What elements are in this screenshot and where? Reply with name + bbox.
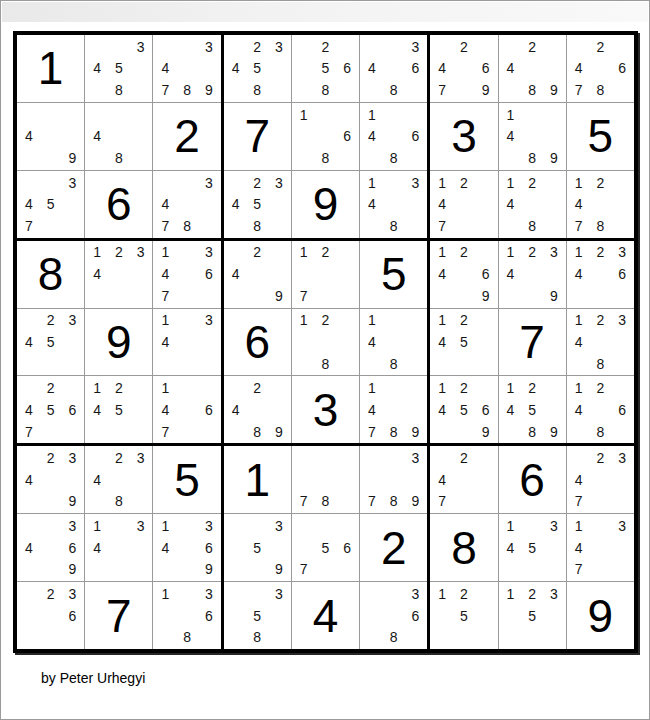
- candidate-4: 4: [18, 399, 40, 421]
- cell-r2c9[interactable]: 5: [567, 103, 634, 170]
- cell-value: 2: [174, 113, 200, 159]
- candidate-empty: [336, 263, 358, 285]
- candidate-4: 4: [86, 126, 108, 148]
- candidate-4: 4: [361, 193, 383, 215]
- candidate-grid: 124589: [500, 377, 565, 442]
- cell-r2c2[interactable]: 48: [85, 103, 152, 170]
- cell-r8c6[interactable]: 2: [360, 514, 427, 581]
- cell-r7c5[interactable]: 78: [292, 446, 359, 513]
- cell-r2c4[interactable]: 7: [224, 103, 291, 170]
- candidate-grid: 1245: [431, 310, 496, 375]
- candidate-empty: [154, 626, 176, 648]
- candidate-grid: 124569: [431, 377, 496, 442]
- candidate-empty: [500, 79, 522, 101]
- cell-r1c7[interactable]: 24679: [430, 35, 497, 102]
- cell-value: 6: [519, 457, 545, 503]
- candidate-2: 2: [108, 242, 130, 264]
- cell-r5c2[interactable]: 9: [85, 309, 152, 376]
- box-7: 23492348534691341346923671368: [17, 446, 221, 649]
- cell-r3c6[interactable]: 1348: [360, 171, 427, 238]
- candidate-grid: 12468: [568, 377, 633, 442]
- cell-r4c7[interactable]: 12469: [430, 241, 497, 308]
- candidate-6: 6: [405, 605, 427, 627]
- cell-r5c7[interactable]: 1245: [430, 309, 497, 376]
- candidate-empty: [154, 36, 176, 58]
- cell-r7c9[interactable]: 2347: [567, 446, 634, 513]
- cell-r6c9[interactable]: 12468: [567, 376, 634, 443]
- candidate-6: 6: [336, 537, 358, 559]
- cell-r9c7[interactable]: 125: [430, 582, 497, 649]
- candidate-empty: [154, 353, 176, 375]
- candidate-8: 8: [315, 353, 337, 375]
- candidate-empty: [246, 583, 268, 605]
- candidate-empty: [361, 147, 383, 169]
- cell-r8c5[interactable]: 567: [292, 514, 359, 581]
- cell-r3c7[interactable]: 1247: [430, 171, 497, 238]
- cell-r8c4[interactable]: 359: [224, 514, 291, 581]
- candidate-8: 8: [246, 626, 268, 648]
- candidate-empty: [268, 605, 290, 627]
- candidate-empty: [198, 377, 220, 399]
- candidate-empty: [543, 605, 565, 627]
- candidate-empty: [86, 36, 108, 58]
- cell-r9c8[interactable]: 1235: [499, 582, 566, 649]
- candidate-1: 1: [361, 104, 383, 126]
- candidate-empty: [590, 469, 612, 491]
- candidate-4: 4: [431, 263, 453, 285]
- candidate-empty: [225, 377, 247, 399]
- candidate-empty: [130, 263, 152, 285]
- candidate-3: 3: [543, 583, 565, 605]
- candidate-grid: 12469: [431, 242, 496, 307]
- candidate-2: 2: [590, 447, 612, 469]
- cell-r2c6[interactable]: 1468: [360, 103, 427, 170]
- cell-r4c3[interactable]: 13467: [153, 241, 220, 308]
- candidate-empty: [383, 126, 405, 148]
- box-9: 2476234781345134712512359: [430, 446, 634, 649]
- candidate-empty: [86, 447, 108, 469]
- candidate-2: 2: [590, 377, 612, 399]
- candidate-7: 7: [154, 421, 176, 443]
- candidate-2: 2: [108, 447, 130, 469]
- cell-r9c5[interactable]: 4: [292, 582, 359, 649]
- candidate-empty: [40, 558, 62, 580]
- candidate-9: 9: [198, 79, 220, 101]
- candidate-1: 1: [293, 310, 315, 332]
- candidate-4: 4: [361, 126, 383, 148]
- candidate-empty: [246, 263, 268, 285]
- candidate-9: 9: [268, 558, 290, 580]
- cell-r1c3[interactable]: 34789: [153, 35, 220, 102]
- candidate-empty: [336, 491, 358, 513]
- cell-r1c6[interactable]: 3468: [360, 35, 427, 102]
- candidate-empty: [176, 36, 198, 58]
- candidate-8: 8: [383, 353, 405, 375]
- candidate-empty: [315, 104, 337, 126]
- cell-r6c6[interactable]: 14789: [360, 376, 427, 443]
- candidate-empty: [40, 469, 62, 491]
- cell-r8c8[interactable]: 1345: [499, 514, 566, 581]
- candidate-empty: [568, 421, 590, 443]
- candidate-2: 2: [521, 36, 543, 58]
- candidate-empty: [268, 79, 290, 101]
- cell-r7c3[interactable]: 5: [153, 446, 220, 513]
- cell-r5c6[interactable]: 148: [360, 309, 427, 376]
- candidate-empty: [225, 537, 247, 559]
- candidate-empty: [130, 79, 152, 101]
- candidate-1: 1: [431, 583, 453, 605]
- cell-r1c2[interactable]: 3458: [85, 35, 152, 102]
- candidate-4: 4: [18, 331, 40, 353]
- candidate-9: 9: [543, 285, 565, 307]
- candidate-4: 4: [361, 399, 383, 421]
- candidate-empty: [383, 193, 405, 215]
- candidate-empty: [130, 558, 152, 580]
- author-credit: by Peter Urhegyi: [41, 670, 145, 686]
- candidate-empty: [40, 126, 62, 148]
- candidate-6: 6: [611, 58, 633, 80]
- candidate-empty: [431, 605, 453, 627]
- candidate-empty: [543, 193, 565, 215]
- candidate-4: 4: [431, 399, 453, 421]
- candidate-8: 8: [383, 147, 405, 169]
- cell-r5c4[interactable]: 6: [224, 309, 291, 376]
- candidate-empty: [86, 421, 108, 443]
- candidate-empty: [475, 583, 497, 605]
- cell-r5c9[interactable]: 12348: [567, 309, 634, 376]
- candidate-3: 3: [611, 310, 633, 332]
- candidate-grid: 3469: [18, 515, 83, 580]
- candidate-empty: [500, 558, 522, 580]
- candidate-empty: [543, 104, 565, 126]
- cell-r4c6[interactable]: 5: [360, 241, 427, 308]
- cell-r4c9[interactable]: 12346: [567, 241, 634, 308]
- candidate-2: 2: [590, 310, 612, 332]
- cell-r4c8[interactable]: 12349: [499, 241, 566, 308]
- cell-r2c1[interactable]: 49: [17, 103, 84, 170]
- cell-r2c5[interactable]: 168: [292, 103, 359, 170]
- candidate-empty: [86, 558, 108, 580]
- candidate-7: 7: [568, 79, 590, 101]
- cell-r7c6[interactable]: 3789: [360, 446, 427, 513]
- candidate-empty: [361, 605, 383, 627]
- candidate-empty: [130, 469, 152, 491]
- cell-r5c3[interactable]: 134: [153, 309, 220, 376]
- candidate-empty: [611, 491, 633, 513]
- candidate-8: 8: [315, 491, 337, 513]
- candidate-empty: [521, 58, 543, 80]
- candidate-empty: [336, 353, 358, 375]
- cell-r6c8[interactable]: 124589: [499, 376, 566, 443]
- candidate-empty: [154, 172, 176, 194]
- candidate-empty: [361, 626, 383, 648]
- candidate-empty: [521, 558, 543, 580]
- candidate-4: 4: [431, 469, 453, 491]
- candidate-empty: [268, 626, 290, 648]
- candidate-empty: [590, 193, 612, 215]
- candidate-3: 3: [611, 515, 633, 537]
- cell-r6c3[interactable]: 1467: [153, 376, 220, 443]
- candidate-empty: [611, 353, 633, 375]
- candidate-empty: [383, 104, 405, 126]
- candidate-3: 3: [130, 36, 152, 58]
- candidate-empty: [361, 36, 383, 58]
- candidate-empty: [543, 58, 565, 80]
- cell-r1c5[interactable]: 2568: [292, 35, 359, 102]
- candidate-5: 5: [521, 605, 543, 627]
- candidate-empty: [315, 285, 337, 307]
- candidate-empty: [225, 583, 247, 605]
- cell-value: 9: [106, 319, 132, 365]
- candidate-3: 3: [61, 515, 83, 537]
- cell-r1c4[interactable]: 23458: [224, 35, 291, 102]
- candidate-empty: [361, 215, 383, 237]
- candidate-empty: [40, 104, 62, 126]
- candidate-4: 4: [568, 469, 590, 491]
- candidate-empty: [18, 605, 40, 627]
- candidate-6: 6: [336, 126, 358, 148]
- candidate-empty: [611, 172, 633, 194]
- candidate-empty: [405, 104, 427, 126]
- candidate-empty: [611, 193, 633, 215]
- candidate-empty: [453, 58, 475, 80]
- cell-value: 7: [244, 113, 270, 159]
- candidate-grid: 2489: [500, 36, 565, 101]
- candidate-empty: [18, 515, 40, 537]
- candidate-empty: [198, 353, 220, 375]
- candidate-4: 4: [18, 537, 40, 559]
- candidate-empty: [130, 421, 152, 443]
- candidate-3: 3: [198, 310, 220, 332]
- candidate-empty: [568, 285, 590, 307]
- candidate-empty: [198, 331, 220, 353]
- candidate-empty: [86, 285, 108, 307]
- cell-r1c1[interactable]: 1: [17, 35, 84, 102]
- candidate-empty: [40, 147, 62, 169]
- candidate-2: 2: [590, 242, 612, 264]
- cell-r3c5[interactable]: 9: [292, 171, 359, 238]
- cell-r3c9[interactable]: 12478: [567, 171, 634, 238]
- candidate-empty: [475, 331, 497, 353]
- candidate-empty: [198, 193, 220, 215]
- candidate-empty: [225, 605, 247, 627]
- candidate-empty: [18, 626, 40, 648]
- candidate-9: 9: [475, 421, 497, 443]
- candidate-grid: 128: [293, 310, 358, 375]
- cell-r9c1[interactable]: 236: [17, 582, 84, 649]
- cell-r8c9[interactable]: 1347: [567, 514, 634, 581]
- candidate-empty: [383, 310, 405, 332]
- cell-r3c4[interactable]: 23458: [224, 171, 291, 238]
- cell-r3c8[interactable]: 1248: [499, 171, 566, 238]
- candidate-empty: [475, 242, 497, 264]
- candidate-empty: [453, 193, 475, 215]
- candidate-1: 1: [500, 242, 522, 264]
- cell-r8c1[interactable]: 3469: [17, 514, 84, 581]
- cell-r2c3[interactable]: 2: [153, 103, 220, 170]
- candidate-1: 1: [568, 310, 590, 332]
- candidate-empty: [475, 215, 497, 237]
- candidate-4: 4: [154, 399, 176, 421]
- candidate-empty: [405, 310, 427, 332]
- candidate-9: 9: [61, 147, 83, 169]
- cell-r4c5[interactable]: 127: [292, 241, 359, 308]
- candidate-empty: [500, 626, 522, 648]
- candidate-1: 1: [293, 242, 315, 264]
- cell-r9c3[interactable]: 1368: [153, 582, 220, 649]
- candidate-3: 3: [130, 515, 152, 537]
- cell-r5c5[interactable]: 128: [292, 309, 359, 376]
- box-2: 2345825683468716814682345891348: [224, 35, 428, 238]
- page-frame: 1345834789494823457634782345825683468716…: [0, 0, 650, 720]
- cell-r6c7[interactable]: 124569: [430, 376, 497, 443]
- candidate-5: 5: [108, 58, 130, 80]
- candidate-7: 7: [431, 79, 453, 101]
- candidate-empty: [61, 126, 83, 148]
- candidate-empty: [475, 36, 497, 58]
- cell-r7c2[interactable]: 2348: [85, 446, 152, 513]
- candidate-8: 8: [383, 491, 405, 513]
- candidate-empty: [18, 104, 40, 126]
- candidate-4: 4: [86, 58, 108, 80]
- candidate-empty: [500, 421, 522, 443]
- candidate-4: 4: [154, 537, 176, 559]
- candidate-9: 9: [543, 421, 565, 443]
- candidate-2: 2: [453, 583, 475, 605]
- cell-r7c7[interactable]: 247: [430, 446, 497, 513]
- candidate-5: 5: [315, 58, 337, 80]
- cell-r3c2[interactable]: 6: [85, 171, 152, 238]
- cell-value: 8: [451, 525, 477, 571]
- cell-r2c8[interactable]: 1489: [499, 103, 566, 170]
- candidate-empty: [18, 353, 40, 375]
- candidate-empty: [154, 605, 176, 627]
- cell-r9c2[interactable]: 7: [85, 582, 152, 649]
- candidate-1: 1: [431, 172, 453, 194]
- candidate-9: 9: [61, 558, 83, 580]
- cell-r6c4[interactable]: 2489: [224, 376, 291, 443]
- candidate-grid: 13467: [154, 242, 219, 307]
- cell-r4c1[interactable]: 8: [17, 241, 84, 308]
- candidate-empty: [336, 104, 358, 126]
- candidate-grid: 2348: [86, 447, 151, 512]
- candidate-8: 8: [521, 79, 543, 101]
- candidate-grid: 1489: [500, 104, 565, 169]
- candidate-empty: [40, 491, 62, 513]
- candidate-empty: [405, 626, 427, 648]
- cell-r9c6[interactable]: 368: [360, 582, 427, 649]
- cell-r1c8[interactable]: 2489: [499, 35, 566, 102]
- candidate-grid: 14789: [361, 377, 426, 442]
- candidate-empty: [268, 537, 290, 559]
- candidate-8: 8: [383, 215, 405, 237]
- cell-r6c5[interactable]: 3: [292, 376, 359, 443]
- candidate-9: 9: [198, 558, 220, 580]
- candidate-empty: [268, 193, 290, 215]
- candidate-empty: [475, 377, 497, 399]
- candidate-empty: [18, 147, 40, 169]
- cell-r1c9[interactable]: 24678: [567, 35, 634, 102]
- candidate-grid: 368: [361, 583, 426, 648]
- candidate-grid: 2568: [293, 36, 358, 101]
- candidate-empty: [590, 537, 612, 559]
- candidate-7: 7: [293, 491, 315, 513]
- cell-r6c1[interactable]: 24567: [17, 376, 84, 443]
- cell-r8c7[interactable]: 8: [430, 514, 497, 581]
- candidate-grid: 48: [86, 104, 151, 169]
- candidate-4: 4: [500, 399, 522, 421]
- candidate-4: 4: [225, 193, 247, 215]
- candidate-empty: [500, 215, 522, 237]
- candidate-1: 1: [154, 583, 176, 605]
- candidate-empty: [336, 469, 358, 491]
- candidate-4: 4: [225, 263, 247, 285]
- candidate-grid: 13469: [154, 515, 219, 580]
- candidate-empty: [315, 331, 337, 353]
- cell-r2c7[interactable]: 3: [430, 103, 497, 170]
- cell-r9c4[interactable]: 358: [224, 582, 291, 649]
- candidate-empty: [521, 104, 543, 126]
- candidate-9: 9: [61, 491, 83, 513]
- cell-r3c1[interactable]: 3457: [17, 171, 84, 238]
- candidate-grid: 3789: [361, 447, 426, 512]
- cell-r8c3[interactable]: 13469: [153, 514, 220, 581]
- candidate-empty: [61, 421, 83, 443]
- candidate-3: 3: [198, 515, 220, 537]
- candidate-1: 1: [568, 172, 590, 194]
- candidate-2: 2: [453, 447, 475, 469]
- cell-r9c9[interactable]: 9: [567, 582, 634, 649]
- candidate-empty: [405, 79, 427, 101]
- candidate-empty: [293, 263, 315, 285]
- cell-r5c1[interactable]: 2345: [17, 309, 84, 376]
- candidate-grid: 12478: [568, 172, 633, 237]
- cell-r4c4[interactable]: 249: [224, 241, 291, 308]
- cell-r4c2[interactable]: 1234: [85, 241, 152, 308]
- candidate-9: 9: [405, 491, 427, 513]
- cell-r7c8[interactable]: 6: [499, 446, 566, 513]
- candidate-empty: [18, 558, 40, 580]
- box-4: 8123413467234591342456712451467: [17, 241, 221, 444]
- candidate-empty: [61, 331, 83, 353]
- candidate-1: 1: [500, 583, 522, 605]
- cell-r7c1[interactable]: 2349: [17, 446, 84, 513]
- candidate-4: 4: [18, 469, 40, 491]
- candidate-empty: [268, 377, 290, 399]
- cell-r3c3[interactable]: 3478: [153, 171, 220, 238]
- candidate-empty: [108, 285, 130, 307]
- candidate-grid: 249: [225, 242, 290, 307]
- cell-r7c4[interactable]: 1: [224, 446, 291, 513]
- candidate-empty: [293, 515, 315, 537]
- cell-r8c2[interactable]: 134: [85, 514, 152, 581]
- candidate-grid: 1235: [500, 583, 565, 648]
- candidate-empty: [40, 537, 62, 559]
- cell-r6c2[interactable]: 1245: [85, 376, 152, 443]
- cell-r5c8[interactable]: 7: [499, 309, 566, 376]
- candidate-empty: [130, 377, 152, 399]
- candidate-empty: [18, 491, 40, 513]
- box-1: 134583478949482345763478: [17, 35, 221, 238]
- candidate-empty: [176, 285, 198, 307]
- candidate-1: 1: [500, 377, 522, 399]
- candidate-empty: [198, 285, 220, 307]
- candidate-empty: [475, 310, 497, 332]
- candidate-empty: [130, 285, 152, 307]
- candidate-5: 5: [315, 537, 337, 559]
- candidate-empty: [405, 193, 427, 215]
- candidate-empty: [361, 469, 383, 491]
